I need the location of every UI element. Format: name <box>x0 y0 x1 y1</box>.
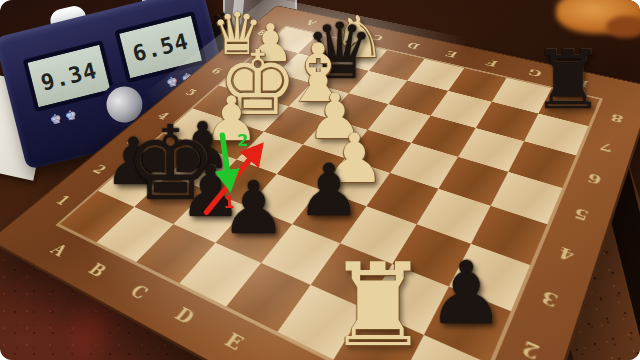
rank-label-left-4: 4 <box>154 109 173 121</box>
rank-label-left-1: 1 <box>52 192 75 208</box>
file-label-far-H: H <box>571 77 590 90</box>
clock-time-right: 6.54 <box>130 28 191 66</box>
file-label-near-E: E <box>220 328 248 355</box>
glass-highlight <box>231 0 244 26</box>
rank-label-right-8: 8 <box>609 111 625 125</box>
rank-label-right-4: 4 <box>556 243 577 264</box>
clock-time-left: 9.34 <box>38 57 99 95</box>
rank-label-right-7: 7 <box>598 139 615 154</box>
file-label-far-A: A <box>303 19 319 28</box>
file-label-near-A: A <box>46 240 72 260</box>
rank-label-left-3: 3 <box>123 134 143 147</box>
file-label-far-G: G <box>526 67 544 79</box>
file-label-near-B: B <box>84 259 112 281</box>
file-label-far-C: C <box>369 33 385 42</box>
rank-label-left-2: 2 <box>90 162 111 177</box>
rank-label-left-7: 7 <box>232 46 248 55</box>
file-label-far-B: B <box>335 25 352 34</box>
file-label-near-C: C <box>126 280 154 303</box>
rank-label-right-6: 6 <box>586 170 604 187</box>
file-label-near-F: F <box>275 355 303 360</box>
file-label-far-E: E <box>443 49 459 59</box>
rank-label-left-5: 5 <box>183 87 201 98</box>
file-label-far-D: D <box>404 41 421 51</box>
rank-label-left-6: 6 <box>209 66 226 76</box>
rank-label-right-3: 3 <box>539 286 561 310</box>
photo-chess-scene: ♟♝♟♞ 9.34 6.54 ♚♚ ♚♚ AABBCCDDEEFFGGHH112… <box>0 0 640 360</box>
file-label-far-F: F <box>484 58 499 69</box>
rank-label-right-2: 2 <box>519 336 543 360</box>
blurred-wooden-pieces-shadow <box>606 16 640 38</box>
rank-label-right-5: 5 <box>572 205 591 224</box>
rank-label-left-8: 8 <box>255 28 270 37</box>
file-label-near-D: D <box>170 303 199 329</box>
